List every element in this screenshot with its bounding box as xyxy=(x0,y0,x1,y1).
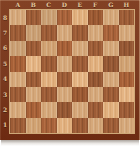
file-label-e: E xyxy=(72,0,88,10)
square-c6[interactable] xyxy=(41,41,57,56)
file-label-d: D xyxy=(57,0,73,10)
square-a7[interactable] xyxy=(10,25,26,40)
square-a8[interactable] xyxy=(10,10,26,25)
square-f4[interactable] xyxy=(88,72,104,87)
square-a2[interactable] xyxy=(10,102,26,117)
square-h1[interactable] xyxy=(119,118,135,133)
board-photo: ABCDEFGH 87654321 xyxy=(0,0,140,146)
file-label-a: A xyxy=(10,0,26,10)
square-a3[interactable] xyxy=(10,87,26,102)
file-label-b: B xyxy=(26,0,42,10)
square-d8[interactable] xyxy=(57,10,73,25)
square-e3[interactable] xyxy=(72,87,88,102)
square-b5[interactable] xyxy=(26,56,42,71)
square-e1[interactable] xyxy=(72,118,88,133)
square-h2[interactable] xyxy=(119,102,135,117)
rank-label-4: 4 xyxy=(0,72,10,87)
square-h7[interactable] xyxy=(119,25,135,40)
square-d5[interactable] xyxy=(57,56,73,71)
square-h6[interactable] xyxy=(119,41,135,56)
rank-label-7: 7 xyxy=(0,25,10,40)
square-c7[interactable] xyxy=(41,25,57,40)
square-g2[interactable] xyxy=(103,102,119,117)
square-g6[interactable] xyxy=(103,41,119,56)
rank-label-2: 2 xyxy=(0,102,10,117)
rank-label-5: 5 xyxy=(0,56,10,71)
square-c4[interactable] xyxy=(41,72,57,87)
file-labels: ABCDEFGH xyxy=(10,0,134,10)
square-b1[interactable] xyxy=(26,118,42,133)
square-f3[interactable] xyxy=(88,87,104,102)
file-label-g: G xyxy=(103,0,119,10)
square-c5[interactable] xyxy=(41,56,57,71)
rank-label-1: 1 xyxy=(0,118,10,133)
square-b2[interactable] xyxy=(26,102,42,117)
square-a5[interactable] xyxy=(10,56,26,71)
square-g7[interactable] xyxy=(103,25,119,40)
square-g4[interactable] xyxy=(103,72,119,87)
rank-label-3: 3 xyxy=(0,87,10,102)
square-c8[interactable] xyxy=(41,10,57,25)
square-e8[interactable] xyxy=(72,10,88,25)
square-e6[interactable] xyxy=(72,41,88,56)
square-c1[interactable] xyxy=(41,118,57,133)
square-g1[interactable] xyxy=(103,118,119,133)
square-d4[interactable] xyxy=(57,72,73,87)
square-f2[interactable] xyxy=(88,102,104,117)
square-d7[interactable] xyxy=(57,25,73,40)
file-label-f: F xyxy=(88,0,104,10)
square-d3[interactable] xyxy=(57,87,73,102)
square-g5[interactable] xyxy=(103,56,119,71)
square-a6[interactable] xyxy=(10,41,26,56)
board-shadow xyxy=(1,140,139,146)
rank-label-6: 6 xyxy=(0,41,10,56)
square-e2[interactable] xyxy=(72,102,88,117)
square-e4[interactable] xyxy=(72,72,88,87)
square-b6[interactable] xyxy=(26,41,42,56)
rank-label-8: 8 xyxy=(0,10,10,25)
square-d2[interactable] xyxy=(57,102,73,117)
square-g3[interactable] xyxy=(103,87,119,102)
square-f7[interactable] xyxy=(88,25,104,40)
square-e5[interactable] xyxy=(72,56,88,71)
square-b7[interactable] xyxy=(26,25,42,40)
square-f1[interactable] xyxy=(88,118,104,133)
square-c3[interactable] xyxy=(41,87,57,102)
rank-labels: 87654321 xyxy=(0,10,10,133)
square-f8[interactable] xyxy=(88,10,104,25)
square-a1[interactable] xyxy=(10,118,26,133)
square-g8[interactable] xyxy=(103,10,119,25)
file-label-h: H xyxy=(119,0,135,10)
square-a4[interactable] xyxy=(10,72,26,87)
square-b3[interactable] xyxy=(26,87,42,102)
square-h4[interactable] xyxy=(119,72,135,87)
square-b8[interactable] xyxy=(26,10,42,25)
square-f6[interactable] xyxy=(88,41,104,56)
square-c2[interactable] xyxy=(41,102,57,117)
square-b4[interactable] xyxy=(26,72,42,87)
square-e7[interactable] xyxy=(72,25,88,40)
square-h8[interactable] xyxy=(119,10,135,25)
square-d1[interactable] xyxy=(57,118,73,133)
board-grid xyxy=(10,10,134,133)
square-f5[interactable] xyxy=(88,56,104,71)
file-label-c: C xyxy=(41,0,57,10)
square-h3[interactable] xyxy=(119,87,135,102)
chess-board: ABCDEFGH 87654321 xyxy=(0,0,140,140)
square-h5[interactable] xyxy=(119,56,135,71)
square-d6[interactable] xyxy=(57,41,73,56)
